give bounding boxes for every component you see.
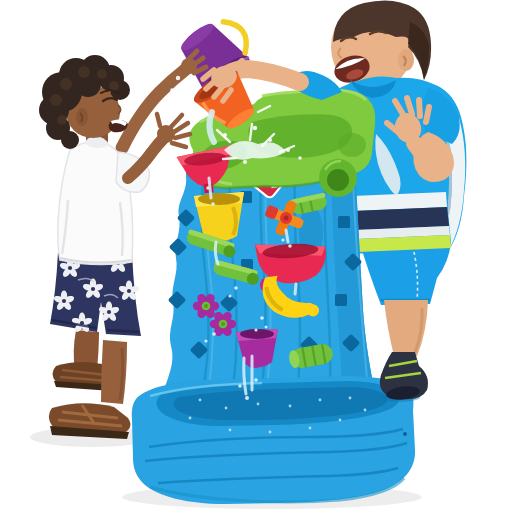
boy-leg — [380, 300, 428, 402]
boy-shorts — [352, 192, 451, 305]
toddler-front-sandal-icon — [49, 403, 131, 439]
tray-funnel-bulge — [319, 159, 357, 197]
basin-base — [132, 376, 420, 504]
boy-sandal-icon — [380, 352, 428, 402]
scene-illustration: STEP 2 — [0, 0, 510, 510]
product-photo-stage: STEP 2 — [0, 0, 510, 510]
toddler-shirt — [58, 136, 150, 265]
